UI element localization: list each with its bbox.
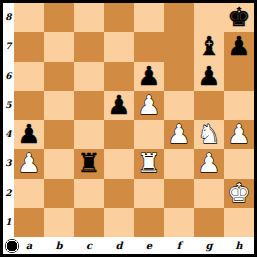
- square-a2[interactable]: [14, 179, 44, 208]
- piece-black-pawn: ♟: [14, 120, 44, 149]
- square-f8[interactable]: [164, 3, 194, 32]
- rank-label-7: 7: [3, 32, 14, 61]
- piece-white-rook: ♜: [134, 149, 164, 178]
- piece-black-pawn: ♟: [224, 32, 254, 61]
- piece-white-pawn: ♟: [194, 149, 224, 178]
- piece-black-pawn: ♟: [104, 91, 134, 120]
- square-d7[interactable]: [104, 32, 134, 61]
- square-d2[interactable]: [104, 179, 134, 208]
- square-a4[interactable]: ♟: [14, 120, 44, 149]
- piece-white-pawn: ♟: [14, 149, 44, 178]
- piece-white-pawn: ♟: [134, 91, 164, 120]
- file-label-b: b: [44, 239, 74, 253]
- square-b6[interactable]: [44, 62, 74, 91]
- square-h5[interactable]: [224, 91, 254, 120]
- square-c7[interactable]: [74, 32, 104, 61]
- square-c2[interactable]: [74, 179, 104, 208]
- square-f2[interactable]: [164, 179, 194, 208]
- square-f5[interactable]: [164, 91, 194, 120]
- square-e4[interactable]: [134, 120, 164, 149]
- square-f3[interactable]: [164, 149, 194, 178]
- square-b1[interactable]: [44, 208, 74, 237]
- square-e7[interactable]: [134, 32, 164, 61]
- square-g4[interactable]: ♞: [194, 120, 224, 149]
- file-label-e: e: [134, 239, 164, 253]
- square-e2[interactable]: [134, 179, 164, 208]
- square-g1[interactable]: [194, 208, 224, 237]
- square-g3[interactable]: ♟: [194, 149, 224, 178]
- square-d3[interactable]: [104, 149, 134, 178]
- square-a7[interactable]: [14, 32, 44, 61]
- square-h3[interactable]: [224, 149, 254, 178]
- piece-white-pawn: ♟: [224, 120, 254, 149]
- rank-label-3: 3: [3, 149, 14, 178]
- square-d6[interactable]: [104, 62, 134, 91]
- square-f4[interactable]: ♟: [164, 120, 194, 149]
- file-label-g: g: [194, 239, 224, 253]
- square-a3[interactable]: ♟: [14, 149, 44, 178]
- square-c6[interactable]: [74, 62, 104, 91]
- square-b5[interactable]: [44, 91, 74, 120]
- square-d5[interactable]: ♟: [104, 91, 134, 120]
- square-e8[interactable]: [134, 3, 164, 32]
- square-f1[interactable]: [164, 208, 194, 237]
- square-f7[interactable]: [164, 32, 194, 61]
- chess-diagram: ♚♝♟♟♟♟♟♟♟♞♟♟♜♜♟♚ 87654321 abcdefgh: [0, 0, 257, 257]
- square-b7[interactable]: [44, 32, 74, 61]
- square-a8[interactable]: [14, 3, 44, 32]
- piece-black-king: ♚: [224, 3, 254, 32]
- piece-black-rook: ♜: [74, 149, 104, 178]
- rank-label-8: 8: [3, 3, 14, 32]
- square-h1[interactable]: [224, 208, 254, 237]
- piece-white-pawn: ♟: [164, 120, 194, 149]
- rank-label-1: 1: [3, 208, 14, 237]
- square-b8[interactable]: [44, 3, 74, 32]
- square-b4[interactable]: [44, 120, 74, 149]
- square-e5[interactable]: ♟: [134, 91, 164, 120]
- square-g7[interactable]: ♝: [194, 32, 224, 61]
- piece-black-pawn: ♟: [194, 62, 224, 91]
- square-h2[interactable]: ♚: [224, 179, 254, 208]
- square-h7[interactable]: ♟: [224, 32, 254, 61]
- square-e3[interactable]: ♜: [134, 149, 164, 178]
- chess-board: ♚♝♟♟♟♟♟♟♟♞♟♟♜♜♟♚: [14, 3, 254, 237]
- square-e1[interactable]: [134, 208, 164, 237]
- square-c4[interactable]: [74, 120, 104, 149]
- piece-black-bishop: ♝: [194, 32, 224, 61]
- square-c3[interactable]: ♜: [74, 149, 104, 178]
- rank-label-6: 6: [3, 62, 14, 91]
- square-h8[interactable]: ♚: [224, 3, 254, 32]
- black-to-move-indicator: [5, 239, 19, 253]
- piece-white-king: ♚: [224, 179, 254, 208]
- rank-label-2: 2: [3, 179, 14, 208]
- square-e6[interactable]: ♟: [134, 62, 164, 91]
- square-c5[interactable]: [74, 91, 104, 120]
- piece-white-knight: ♞: [194, 120, 224, 149]
- square-d4[interactable]: [104, 120, 134, 149]
- square-d8[interactable]: [104, 3, 134, 32]
- rank-labels: 87654321: [3, 3, 14, 237]
- square-f6[interactable]: [164, 62, 194, 91]
- square-c1[interactable]: [74, 208, 104, 237]
- file-label-d: d: [104, 239, 134, 253]
- square-d1[interactable]: [104, 208, 134, 237]
- square-b2[interactable]: [44, 179, 74, 208]
- square-c8[interactable]: [74, 3, 104, 32]
- square-g2[interactable]: [194, 179, 224, 208]
- file-labels: abcdefgh: [14, 239, 254, 253]
- square-g8[interactable]: [194, 3, 224, 32]
- rank-label-5: 5: [3, 91, 14, 120]
- file-label-h: h: [224, 239, 254, 253]
- square-g5[interactable]: [194, 91, 224, 120]
- piece-black-pawn: ♟: [134, 62, 164, 91]
- square-h4[interactable]: ♟: [224, 120, 254, 149]
- file-label-c: c: [74, 239, 104, 253]
- square-h6[interactable]: [224, 62, 254, 91]
- square-g6[interactable]: ♟: [194, 62, 224, 91]
- file-label-f: f: [164, 239, 194, 253]
- square-a5[interactable]: [14, 91, 44, 120]
- rank-label-4: 4: [3, 120, 14, 149]
- square-a6[interactable]: [14, 62, 44, 91]
- square-b3[interactable]: [44, 149, 74, 178]
- square-a1[interactable]: [14, 208, 44, 237]
